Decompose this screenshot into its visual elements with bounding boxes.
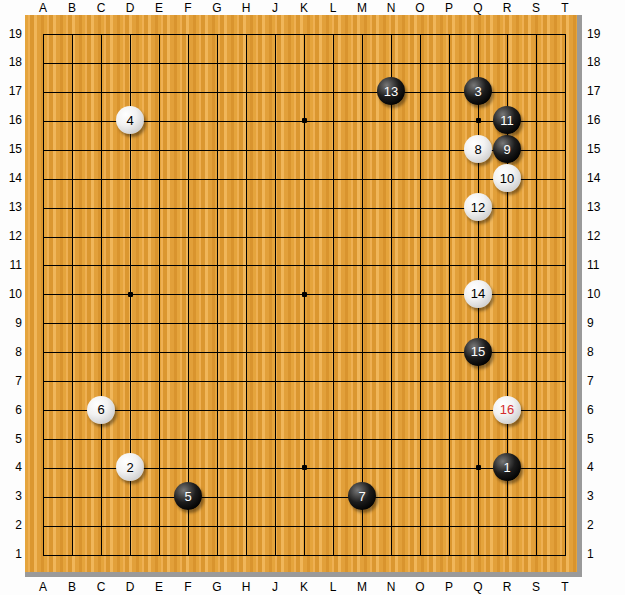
star-point-D10: [128, 292, 133, 297]
column-label-bottom-S: S: [532, 580, 540, 594]
row-label-left-4: 4: [0, 460, 22, 474]
row-label-right-8: 8: [587, 345, 594, 359]
column-label-top-R: R: [503, 1, 512, 15]
move-number: 6: [97, 403, 104, 416]
star-point-Q4: [476, 465, 481, 470]
star-point-K16: [302, 118, 307, 123]
move-number: 7: [358, 490, 365, 503]
column-label-bottom-R: R: [503, 580, 512, 594]
row-label-left-14: 14: [0, 171, 22, 185]
row-label-right-12: 12: [587, 229, 600, 243]
column-label-top-B: B: [68, 1, 76, 15]
row-label-right-16: 16: [587, 113, 600, 127]
column-label-bottom-J: J: [272, 580, 278, 594]
column-label-top-G: G: [212, 1, 221, 15]
column-label-bottom-M: M: [357, 580, 367, 594]
stone-black-Q8[interactable]: 15: [464, 338, 492, 366]
row-label-right-13: 13: [587, 200, 600, 214]
row-label-left-3: 3: [0, 489, 22, 503]
move-number: 1: [503, 461, 510, 474]
column-label-top-F: F: [184, 1, 191, 15]
column-label-top-E: E: [155, 1, 163, 15]
column-label-top-S: S: [532, 1, 540, 15]
stone-white-Q13[interactable]: 12: [464, 193, 492, 221]
row-label-right-18: 18: [587, 55, 600, 69]
row-label-left-19: 19: [0, 27, 22, 41]
row-label-left-1: 1: [0, 547, 22, 561]
move-number: 14: [471, 287, 485, 300]
row-label-right-11: 11: [587, 258, 599, 272]
column-label-bottom-E: E: [155, 580, 163, 594]
column-label-top-P: P: [445, 1, 453, 15]
column-label-top-D: D: [126, 1, 135, 15]
star-point-K4: [302, 465, 307, 470]
row-label-right-7: 7: [587, 374, 594, 388]
column-label-top-N: N: [387, 1, 396, 15]
row-label-right-4: 4: [587, 460, 594, 474]
move-number: 5: [184, 490, 191, 503]
row-label-right-19: 19: [587, 27, 600, 41]
row-label-left-6: 6: [0, 403, 22, 417]
move-number: 16: [500, 403, 514, 416]
row-label-right-10: 10: [587, 287, 600, 301]
row-label-left-10: 10: [0, 287, 22, 301]
move-number: 10: [500, 172, 514, 185]
move-number: 8: [474, 143, 481, 156]
column-label-top-L: L: [330, 1, 337, 15]
row-label-right-17: 17: [587, 84, 600, 98]
star-point-Q16: [476, 118, 481, 123]
column-label-bottom-K: K: [300, 580, 308, 594]
row-label-right-15: 15: [587, 142, 600, 156]
row-label-left-8: 8: [0, 345, 22, 359]
row-label-right-3: 3: [587, 489, 594, 503]
stone-white-Q10[interactable]: 14: [464, 280, 492, 308]
row-label-left-2: 2: [0, 518, 22, 532]
column-label-bottom-O: O: [415, 580, 424, 594]
column-label-bottom-P: P: [445, 580, 453, 594]
row-label-right-14: 14: [587, 171, 600, 185]
column-label-bottom-G: G: [212, 580, 221, 594]
move-number: 13: [384, 85, 398, 98]
column-label-bottom-F: F: [184, 580, 191, 594]
column-label-top-O: O: [415, 1, 424, 15]
move-number: 12: [471, 201, 485, 214]
row-label-left-9: 9: [0, 316, 22, 330]
column-label-bottom-L: L: [330, 580, 337, 594]
row-label-left-12: 12: [0, 229, 22, 243]
column-label-bottom-A: A: [39, 580, 47, 594]
move-number: 9: [503, 143, 510, 156]
move-number: 15: [471, 345, 485, 358]
row-label-left-15: 15: [0, 142, 22, 156]
column-label-top-M: M: [357, 1, 367, 15]
row-label-right-6: 6: [587, 403, 594, 417]
column-label-top-T: T: [561, 1, 568, 15]
stone-white-C6[interactable]: 6: [87, 396, 115, 424]
row-label-left-13: 13: [0, 200, 22, 214]
row-label-left-5: 5: [0, 432, 22, 446]
row-label-left-17: 17: [0, 84, 22, 98]
move-number: 2: [126, 461, 133, 474]
column-label-top-K: K: [300, 1, 308, 15]
column-label-bottom-T: T: [561, 580, 568, 594]
move-number: 4: [126, 114, 133, 127]
column-label-top-Q: Q: [473, 1, 482, 15]
row-label-left-11: 11: [0, 258, 22, 272]
row-label-left-18: 18: [0, 55, 22, 69]
column-label-bottom-Q: Q: [473, 580, 482, 594]
row-label-right-5: 5: [587, 432, 594, 446]
column-label-top-H: H: [242, 1, 251, 15]
column-label-bottom-N: N: [387, 580, 396, 594]
row-label-left-16: 16: [0, 113, 22, 127]
row-label-right-1: 1: [587, 547, 594, 561]
column-label-bottom-D: D: [126, 580, 135, 594]
row-label-right-2: 2: [587, 518, 594, 532]
column-label-top-J: J: [272, 1, 278, 15]
column-label-top-A: A: [39, 1, 47, 15]
stone-white-R6-last-move[interactable]: 16: [493, 396, 521, 424]
go-diagram: AABBCCDDEEFFGGHHJJKKLLMMNNOOPPQQRRSSTT19…: [0, 0, 625, 595]
stone-white-R14[interactable]: 10: [493, 164, 521, 192]
row-label-right-9: 9: [587, 316, 594, 330]
move-number: 11: [500, 114, 514, 127]
move-number: 3: [474, 85, 481, 98]
column-label-top-C: C: [97, 1, 106, 15]
column-label-bottom-C: C: [97, 580, 106, 594]
column-label-bottom-B: B: [68, 580, 76, 594]
star-point-K10: [302, 292, 307, 297]
column-label-bottom-H: H: [242, 580, 251, 594]
row-label-left-7: 7: [0, 374, 22, 388]
